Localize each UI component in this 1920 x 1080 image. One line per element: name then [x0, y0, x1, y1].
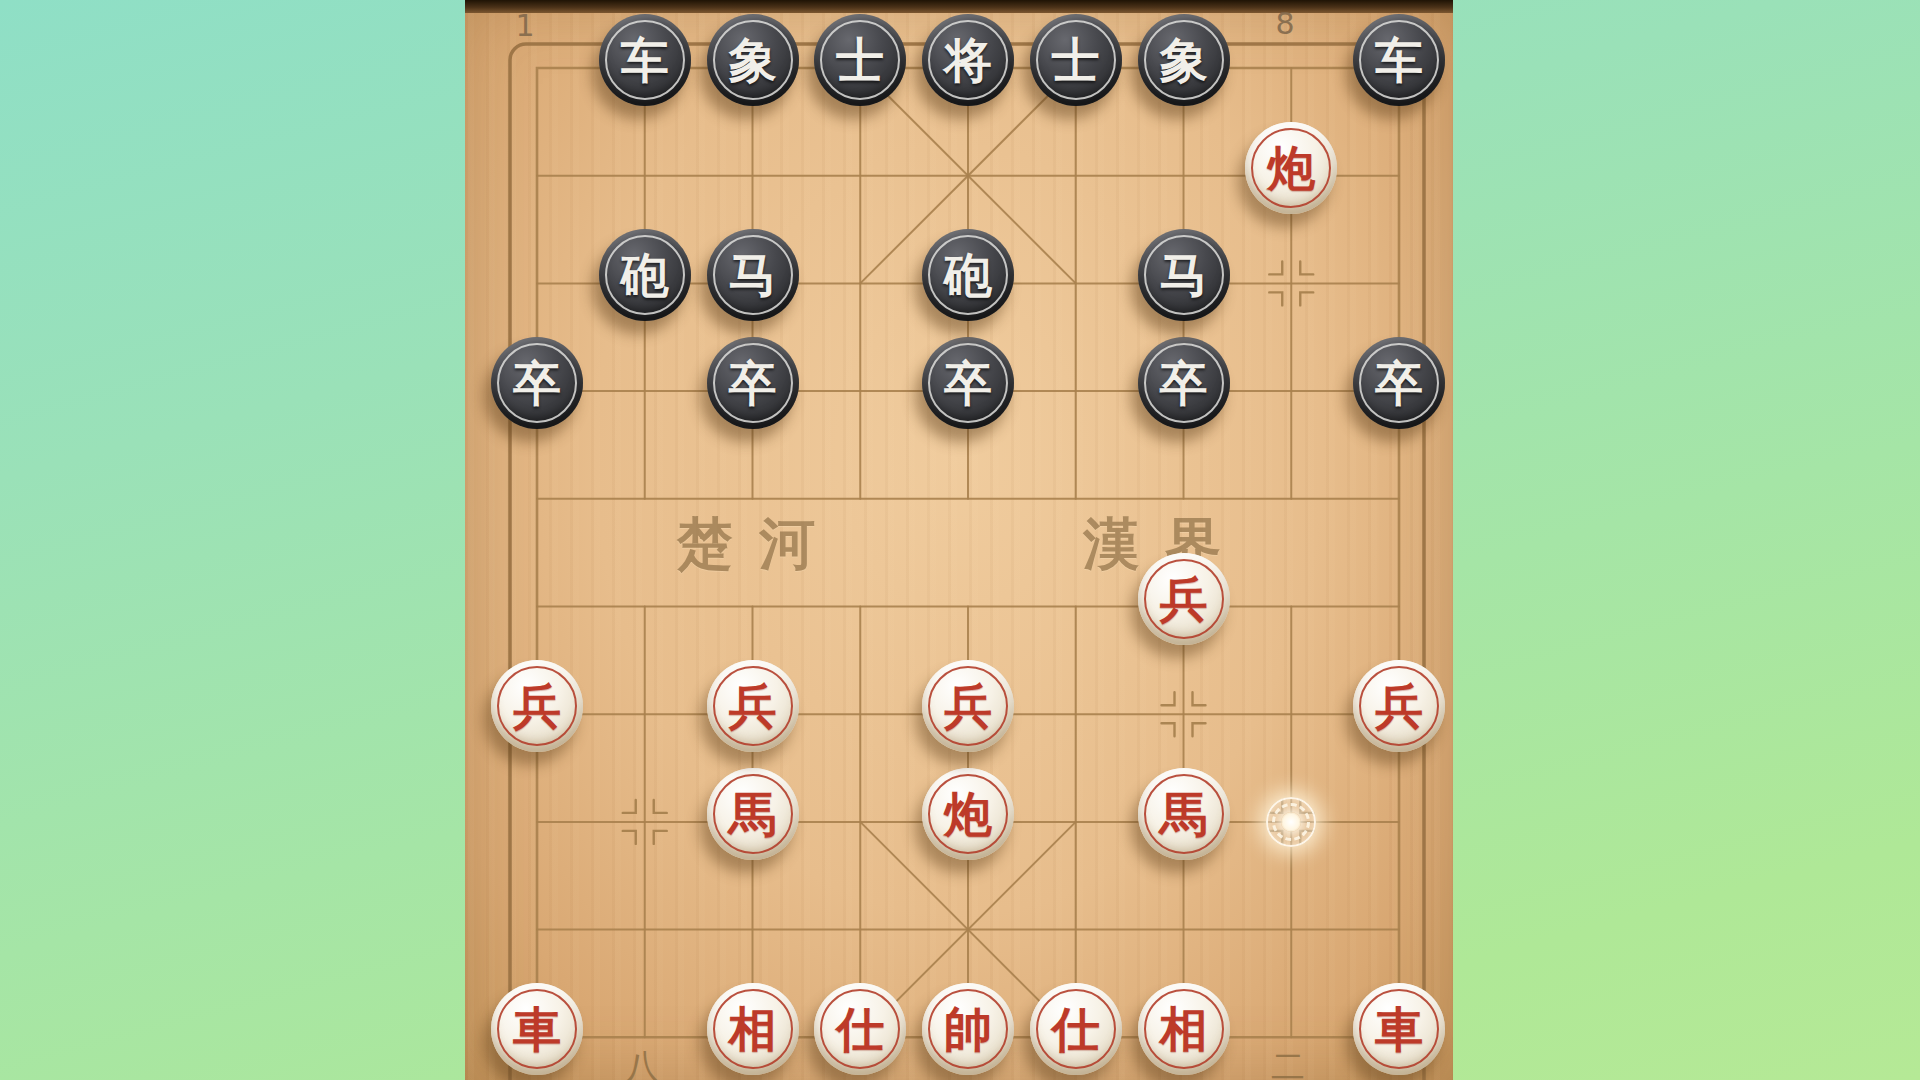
- piece-glyph: 卒: [513, 359, 561, 407]
- piece-red-soldier[interactable]: 兵: [922, 660, 1014, 752]
- piece-glyph: 仕: [1052, 1005, 1100, 1053]
- piece-glyph: 马: [1160, 251, 1208, 299]
- piece-black-chariot[interactable]: 车: [599, 14, 691, 106]
- app-background: 楚河 漢界 1 8 八 二 车象士将士象车砲马砲马卒卒卒卒卒炮兵兵兵兵兵馬炮馬車…: [0, 0, 1920, 1080]
- piece-glyph: 兵: [1160, 575, 1208, 623]
- piece-black-elephant[interactable]: 象: [1138, 14, 1230, 106]
- piece-red-elephant[interactable]: 相: [1138, 983, 1230, 1075]
- piece-glyph: 将: [944, 36, 992, 84]
- piece-glyph: 帥: [944, 1005, 992, 1053]
- piece-glyph: 車: [1375, 1005, 1423, 1053]
- piece-red-horse[interactable]: 馬: [707, 768, 799, 860]
- piece-glyph: 馬: [1160, 790, 1208, 838]
- pieces-layer: 车象士将士象车砲马砲马卒卒卒卒卒炮兵兵兵兵兵馬炮馬車相仕帥仕相車: [465, 0, 1453, 1080]
- piece-glyph: 卒: [729, 359, 777, 407]
- piece-black-elephant[interactable]: 象: [707, 14, 799, 106]
- piece-red-horse[interactable]: 馬: [1138, 768, 1230, 860]
- piece-glyph: 相: [729, 1005, 777, 1053]
- piece-glyph: 兵: [729, 682, 777, 730]
- piece-glyph: 兵: [1375, 682, 1423, 730]
- piece-glyph: 砲: [621, 251, 669, 299]
- piece-black-cannon[interactable]: 砲: [922, 229, 1014, 321]
- piece-red-soldier[interactable]: 兵: [707, 660, 799, 752]
- piece-red-advisor[interactable]: 仕: [814, 983, 906, 1075]
- piece-glyph: 象: [1160, 36, 1208, 84]
- piece-glyph: 炮: [1267, 144, 1315, 192]
- piece-red-cannon[interactable]: 炮: [922, 768, 1014, 860]
- piece-red-soldier[interactable]: 兵: [491, 660, 583, 752]
- piece-glyph: 车: [621, 36, 669, 84]
- piece-glyph: 兵: [944, 682, 992, 730]
- piece-red-chariot[interactable]: 車: [1353, 983, 1445, 1075]
- piece-black-cannon[interactable]: 砲: [599, 229, 691, 321]
- piece-glyph: 士: [1052, 36, 1100, 84]
- piece-red-soldier[interactable]: 兵: [1353, 660, 1445, 752]
- piece-red-soldier[interactable]: 兵: [1138, 553, 1230, 645]
- board-surface[interactable]: 楚河 漢界 1 8 八 二 车象士将士象车砲马砲马卒卒卒卒卒炮兵兵兵兵兵馬炮馬車…: [465, 0, 1453, 1080]
- piece-red-cannon[interactable]: 炮: [1245, 122, 1337, 214]
- piece-red-advisor[interactable]: 仕: [1030, 983, 1122, 1075]
- piece-black-advisor[interactable]: 士: [814, 14, 906, 106]
- piece-glyph: 相: [1160, 1005, 1208, 1053]
- piece-glyph: 马: [729, 251, 777, 299]
- piece-black-chariot[interactable]: 车: [1353, 14, 1445, 106]
- piece-black-horse[interactable]: 马: [707, 229, 799, 321]
- piece-glyph: 卒: [1160, 359, 1208, 407]
- piece-red-general[interactable]: 帥: [922, 983, 1014, 1075]
- piece-black-general[interactable]: 将: [922, 14, 1014, 106]
- piece-glyph: 卒: [1375, 359, 1423, 407]
- piece-glyph: 炮: [944, 790, 992, 838]
- piece-red-chariot[interactable]: 車: [491, 983, 583, 1075]
- piece-black-soldier[interactable]: 卒: [707, 337, 799, 429]
- piece-glyph: 仕: [836, 1005, 884, 1053]
- piece-black-soldier[interactable]: 卒: [1353, 337, 1445, 429]
- piece-black-horse[interactable]: 马: [1138, 229, 1230, 321]
- piece-glyph: 兵: [513, 682, 561, 730]
- piece-red-elephant[interactable]: 相: [707, 983, 799, 1075]
- piece-glyph: 卒: [944, 359, 992, 407]
- piece-glyph: 象: [729, 36, 777, 84]
- piece-glyph: 馬: [729, 790, 777, 838]
- piece-glyph: 车: [1375, 36, 1423, 84]
- piece-black-soldier[interactable]: 卒: [1138, 337, 1230, 429]
- piece-glyph: 士: [836, 36, 884, 84]
- piece-glyph: 砲: [944, 251, 992, 299]
- piece-black-soldier[interactable]: 卒: [491, 337, 583, 429]
- piece-black-soldier[interactable]: 卒: [922, 337, 1014, 429]
- piece-glyph: 車: [513, 1005, 561, 1053]
- piece-black-advisor[interactable]: 士: [1030, 14, 1122, 106]
